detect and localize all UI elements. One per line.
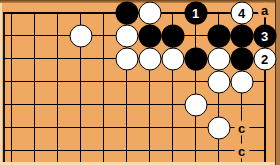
black-stone — [230, 24, 253, 47]
black-stone — [207, 24, 230, 47]
intersection-c10r4[interactable] — [207, 70, 230, 93]
black-stone: 1 — [184, 1, 207, 24]
intersection-c7r7[interactable] — [138, 139, 161, 162]
intersection-c10r7[interactable] — [207, 139, 230, 162]
black-stone — [230, 47, 253, 70]
intersection-c2r5[interactable] — [23, 93, 46, 116]
intersection-c9r1[interactable]: 1 — [184, 1, 207, 24]
intersection-c3r3[interactable] — [46, 47, 69, 70]
intersection-c9r2[interactable] — [184, 24, 207, 47]
intersection-c9r6[interactable] — [184, 116, 207, 139]
black-stone — [184, 47, 207, 70]
intersection-c10r3[interactable] — [207, 47, 230, 70]
intersection-c1r4[interactable] — [0, 70, 23, 93]
intersection-c6r1[interactable] — [115, 1, 138, 24]
intersection-c4r5[interactable] — [69, 93, 92, 116]
intersection-c2r7[interactable] — [23, 139, 46, 162]
intersection-c4r2[interactable] — [69, 24, 92, 47]
white-stone — [115, 47, 138, 70]
intersection-c8r5[interactable] — [161, 93, 184, 116]
move-number: 4 — [238, 6, 245, 19]
intersection-c12r3[interactable]: 2 — [253, 47, 276, 70]
white-stone — [138, 47, 161, 70]
intersection-c2r4[interactable] — [23, 70, 46, 93]
black-stone: 3 — [253, 24, 276, 47]
intersection-c12r6[interactable] — [253, 116, 276, 139]
intersection-c5r2[interactable] — [92, 24, 115, 47]
intersection-c4r7[interactable] — [69, 139, 92, 162]
white-stone — [207, 116, 230, 139]
board-grid: 14a32cc — [0, 1, 276, 162]
intersection-c2r3[interactable] — [23, 47, 46, 70]
intersection-c7r1[interactable] — [138, 1, 161, 24]
intersection-c12r5[interactable] — [253, 93, 276, 116]
intersection-c3r5[interactable] — [46, 93, 69, 116]
intersection-c3r2[interactable] — [46, 24, 69, 47]
intersection-c5r7[interactable] — [92, 139, 115, 162]
intersection-c8r3[interactable] — [161, 47, 184, 70]
intersection-c9r4[interactable] — [184, 70, 207, 93]
intersection-c12r4[interactable] — [253, 70, 276, 93]
intersection-c10r2[interactable] — [207, 24, 230, 47]
intersection-c6r3[interactable] — [115, 47, 138, 70]
intersection-c9r3[interactable] — [184, 47, 207, 70]
intersection-c11r2[interactable] — [230, 24, 253, 47]
intersection-c7r3[interactable] — [138, 47, 161, 70]
intersection-c7r4[interactable] — [138, 70, 161, 93]
intersection-c2r1[interactable] — [23, 1, 46, 24]
white-stone — [207, 70, 230, 93]
intersection-c8r6[interactable] — [161, 116, 184, 139]
intersection-c11r6[interactable]: c — [230, 116, 253, 139]
intersection-c12r7[interactable] — [253, 139, 276, 162]
intersection-c6r6[interactable] — [115, 116, 138, 139]
intersection-c7r2[interactable] — [138, 24, 161, 47]
white-stone — [207, 47, 230, 70]
black-stone — [161, 24, 184, 47]
intersection-c5r5[interactable] — [92, 93, 115, 116]
white-stone: 2 — [253, 47, 276, 70]
intersection-c8r1[interactable] — [161, 1, 184, 24]
intersection-c7r6[interactable] — [138, 116, 161, 139]
intersection-c10r6[interactable] — [207, 116, 230, 139]
intersection-c5r1[interactable] — [92, 1, 115, 24]
point-label-c: c — [234, 120, 249, 135]
black-stone — [115, 1, 138, 24]
white-stone — [161, 47, 184, 70]
white-stone — [184, 93, 207, 116]
intersection-c11r1[interactable]: 4 — [230, 1, 253, 24]
intersection-c3r6[interactable] — [46, 116, 69, 139]
intersection-c5r3[interactable] — [92, 47, 115, 70]
point-label-a: a — [257, 2, 272, 17]
intersection-c7r5[interactable] — [138, 93, 161, 116]
intersection-c11r4[interactable] — [230, 70, 253, 93]
intersection-c1r1[interactable] — [0, 1, 23, 24]
intersection-c9r5[interactable] — [184, 93, 207, 116]
intersection-c10r1[interactable] — [207, 1, 230, 24]
intersection-c3r4[interactable] — [46, 70, 69, 93]
crop-margin-bottom — [0, 162, 275, 165]
intersection-c1r7[interactable] — [0, 139, 23, 162]
intersection-c11r3[interactable] — [230, 47, 253, 70]
white-stone — [230, 70, 253, 93]
intersection-c5r4[interactable] — [92, 70, 115, 93]
intersection-c12r2[interactable]: 3 — [253, 24, 276, 47]
black-stone — [138, 24, 161, 47]
white-stone: 4 — [230, 1, 253, 24]
intersection-c6r5[interactable] — [115, 93, 138, 116]
intersection-c3r1[interactable] — [46, 1, 69, 24]
intersection-c1r3[interactable] — [0, 47, 23, 70]
intersection-c8r4[interactable] — [161, 70, 184, 93]
intersection-c12r1[interactable]: a — [253, 1, 276, 24]
intersection-c2r2[interactable] — [23, 24, 46, 47]
go-board: 14a32cc — [0, 0, 280, 165]
intersection-c11r5[interactable] — [230, 93, 253, 116]
intersection-c2r6[interactable] — [23, 116, 46, 139]
intersection-c6r2[interactable] — [115, 24, 138, 47]
intersection-c10r5[interactable] — [207, 93, 230, 116]
intersection-c11r7[interactable]: c — [230, 139, 253, 162]
point-label-c: c — [234, 143, 249, 158]
intersection-c5r6[interactable] — [92, 116, 115, 139]
intersection-c4r1[interactable] — [69, 1, 92, 24]
intersection-c1r5[interactable] — [0, 93, 23, 116]
move-number: 1 — [192, 6, 199, 19]
intersection-c3r7[interactable] — [46, 139, 69, 162]
intersection-c6r4[interactable] — [115, 70, 138, 93]
intersection-c1r2[interactable] — [0, 24, 23, 47]
white-stone — [115, 24, 138, 47]
intersection-c4r4[interactable] — [69, 70, 92, 93]
intersection-c1r6[interactable] — [0, 116, 23, 139]
move-number: 2 — [261, 52, 268, 65]
white-stone — [138, 1, 161, 24]
intersection-c8r2[interactable] — [161, 24, 184, 47]
intersection-c4r6[interactable] — [69, 116, 92, 139]
intersection-c9r7[interactable] — [184, 139, 207, 162]
intersection-c4r3[interactable] — [69, 47, 92, 70]
intersection-c6r7[interactable] — [115, 139, 138, 162]
move-number: 3 — [261, 29, 268, 42]
white-stone — [69, 24, 92, 47]
intersection-c8r7[interactable] — [161, 139, 184, 162]
